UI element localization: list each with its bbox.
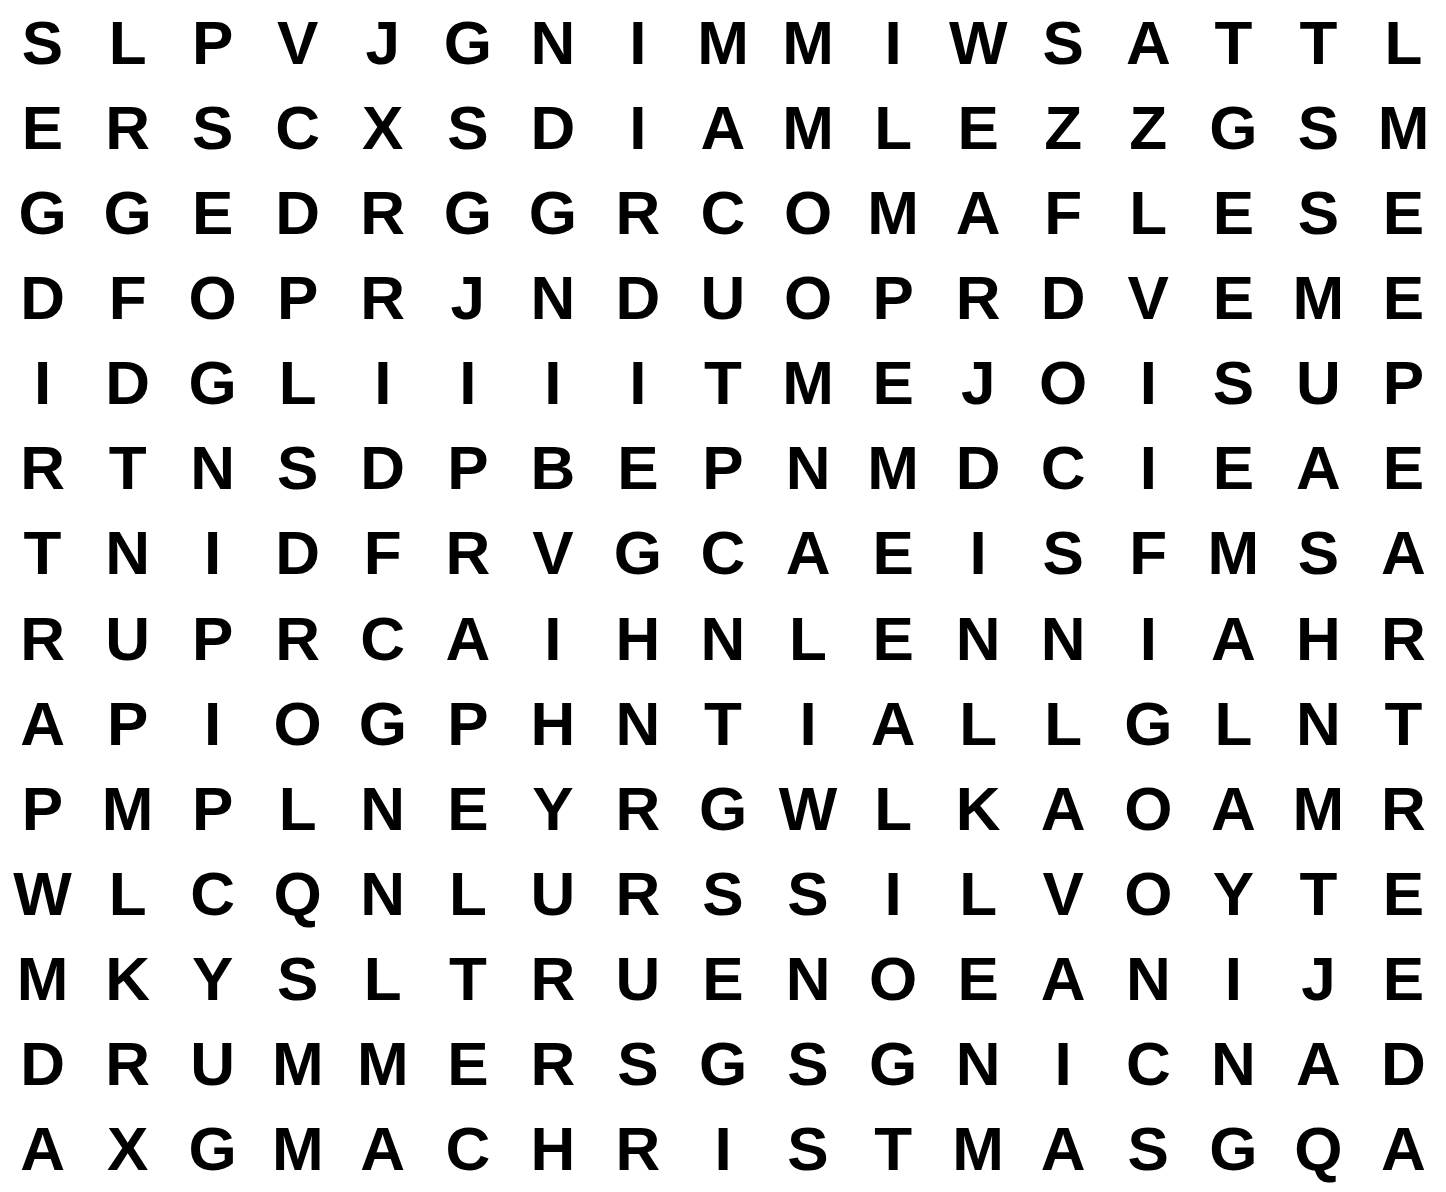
- grid-cell[interactable]: S: [1276, 511, 1361, 596]
- grid-cell[interactable]: T: [1361, 681, 1446, 766]
- grid-cell[interactable]: A: [0, 1107, 85, 1192]
- grid-cell[interactable]: D: [85, 341, 170, 426]
- grid-cell[interactable]: X: [85, 1107, 170, 1192]
- grid-cell[interactable]: I: [0, 341, 85, 426]
- grid-cell[interactable]: H: [510, 1107, 595, 1192]
- grid-cell[interactable]: T: [1191, 0, 1276, 85]
- grid-cell[interactable]: O: [255, 681, 340, 766]
- grid-cell[interactable]: M: [0, 937, 85, 1022]
- grid-cell[interactable]: X: [340, 85, 425, 170]
- grid-cell[interactable]: G: [170, 1107, 255, 1192]
- grid-cell[interactable]: A: [1021, 1107, 1106, 1192]
- grid-cell[interactable]: M: [680, 0, 765, 85]
- grid-cell[interactable]: V: [510, 511, 595, 596]
- grid-cell[interactable]: S: [255, 937, 340, 1022]
- grid-cell[interactable]: L: [255, 766, 340, 851]
- grid-cell[interactable]: E: [1361, 255, 1446, 340]
- grid-cell[interactable]: R: [255, 596, 340, 681]
- grid-cell[interactable]: G: [680, 1022, 765, 1107]
- grid-cell[interactable]: R: [936, 255, 1021, 340]
- grid-cell[interactable]: E: [425, 766, 510, 851]
- grid-cell[interactable]: E: [1191, 255, 1276, 340]
- grid-cell[interactable]: A: [1361, 1107, 1446, 1192]
- grid-cell[interactable]: O: [1106, 851, 1191, 936]
- grid-cell[interactable]: A: [0, 681, 85, 766]
- grid-cell[interactable]: T: [425, 937, 510, 1022]
- grid-cell[interactable]: C: [1021, 426, 1106, 511]
- grid-cell[interactable]: L: [936, 681, 1021, 766]
- grid-cell[interactable]: G: [595, 511, 680, 596]
- grid-cell[interactable]: I: [1191, 937, 1276, 1022]
- grid-cell[interactable]: L: [425, 851, 510, 936]
- grid-cell[interactable]: N: [510, 0, 595, 85]
- grid-cell[interactable]: R: [510, 1022, 595, 1107]
- grid-cell[interactable]: P: [1361, 341, 1446, 426]
- grid-cell[interactable]: R: [85, 85, 170, 170]
- grid-cell[interactable]: W: [936, 0, 1021, 85]
- grid-cell[interactable]: P: [85, 681, 170, 766]
- grid-cell[interactable]: S: [766, 1022, 851, 1107]
- grid-cell[interactable]: L: [1021, 681, 1106, 766]
- grid-cell[interactable]: M: [1276, 255, 1361, 340]
- grid-cell[interactable]: S: [425, 85, 510, 170]
- grid-cell[interactable]: S: [1276, 85, 1361, 170]
- grid-cell[interactable]: R: [510, 937, 595, 1022]
- grid-cell[interactable]: E: [1191, 426, 1276, 511]
- grid-cell[interactable]: S: [1191, 341, 1276, 426]
- grid-cell[interactable]: A: [851, 681, 936, 766]
- grid-cell[interactable]: G: [0, 170, 85, 255]
- grid-cell[interactable]: F: [85, 255, 170, 340]
- grid-cell[interactable]: E: [936, 85, 1021, 170]
- grid-cell[interactable]: D: [1361, 1022, 1446, 1107]
- grid-cell[interactable]: K: [936, 766, 1021, 851]
- grid-cell[interactable]: J: [340, 0, 425, 85]
- grid-cell[interactable]: R: [0, 596, 85, 681]
- grid-cell[interactable]: H: [1276, 596, 1361, 681]
- grid-cell[interactable]: R: [425, 511, 510, 596]
- grid-cell[interactable]: C: [170, 851, 255, 936]
- grid-cell[interactable]: D: [255, 170, 340, 255]
- grid-cell[interactable]: W: [0, 851, 85, 936]
- grid-cell[interactable]: M: [1276, 766, 1361, 851]
- grid-cell[interactable]: S: [255, 426, 340, 511]
- grid-cell[interactable]: E: [0, 85, 85, 170]
- grid-cell[interactable]: K: [85, 937, 170, 1022]
- grid-cell[interactable]: M: [851, 426, 936, 511]
- grid-cell[interactable]: O: [1106, 766, 1191, 851]
- grid-cell[interactable]: A: [680, 85, 765, 170]
- grid-cell[interactable]: E: [936, 937, 1021, 1022]
- grid-cell[interactable]: Q: [255, 851, 340, 936]
- grid-cell[interactable]: M: [1191, 511, 1276, 596]
- grid-cell[interactable]: D: [595, 255, 680, 340]
- grid-cell[interactable]: S: [766, 1107, 851, 1192]
- grid-cell[interactable]: N: [340, 766, 425, 851]
- grid-cell[interactable]: A: [936, 170, 1021, 255]
- grid-cell[interactable]: G: [425, 170, 510, 255]
- grid-cell[interactable]: A: [766, 511, 851, 596]
- grid-cell[interactable]: I: [595, 341, 680, 426]
- grid-cell[interactable]: G: [170, 341, 255, 426]
- grid-cell[interactable]: J: [936, 341, 1021, 426]
- grid-cell[interactable]: U: [170, 1022, 255, 1107]
- grid-cell[interactable]: T: [680, 681, 765, 766]
- grid-cell[interactable]: P: [170, 0, 255, 85]
- grid-cell[interactable]: I: [1021, 1022, 1106, 1107]
- grid-cell[interactable]: F: [340, 511, 425, 596]
- grid-cell[interactable]: L: [340, 937, 425, 1022]
- grid-cell[interactable]: U: [680, 255, 765, 340]
- grid-cell[interactable]: M: [851, 170, 936, 255]
- grid-cell[interactable]: Y: [170, 937, 255, 1022]
- grid-cell[interactable]: M: [255, 1107, 340, 1192]
- grid-cell[interactable]: C: [255, 85, 340, 170]
- grid-cell[interactable]: N: [766, 426, 851, 511]
- word-search-grid: SLPVJGNIMMIWSATTLERSCXSDIAMLEZZGSMGGEDRG…: [0, 0, 1446, 1192]
- grid-cell[interactable]: L: [85, 851, 170, 936]
- grid-cell[interactable]: E: [1361, 426, 1446, 511]
- grid-cell[interactable]: N: [340, 851, 425, 936]
- grid-cell[interactable]: M: [766, 341, 851, 426]
- grid-cell[interactable]: A: [1276, 1022, 1361, 1107]
- grid-cell[interactable]: F: [1106, 511, 1191, 596]
- grid-cell[interactable]: D: [1021, 255, 1106, 340]
- grid-cell[interactable]: L: [1106, 170, 1191, 255]
- grid-cell[interactable]: A: [1021, 766, 1106, 851]
- grid-cell[interactable]: A: [340, 1107, 425, 1192]
- grid-cell[interactable]: S: [170, 85, 255, 170]
- grid-cell[interactable]: O: [766, 170, 851, 255]
- grid-cell[interactable]: A: [1191, 596, 1276, 681]
- grid-cell[interactable]: H: [595, 596, 680, 681]
- grid-cell[interactable]: E: [851, 596, 936, 681]
- grid-cell[interactable]: D: [936, 426, 1021, 511]
- grid-cell[interactable]: S: [766, 851, 851, 936]
- grid-cell[interactable]: A: [1191, 766, 1276, 851]
- grid-cell[interactable]: T: [1276, 0, 1361, 85]
- grid-cell[interactable]: Y: [1191, 851, 1276, 936]
- grid-cell[interactable]: S: [595, 1022, 680, 1107]
- grid-cell[interactable]: T: [851, 1107, 936, 1192]
- grid-cell[interactable]: A: [425, 596, 510, 681]
- grid-cell[interactable]: G: [851, 1022, 936, 1107]
- grid-cell[interactable]: W: [766, 766, 851, 851]
- grid-cell[interactable]: G: [85, 170, 170, 255]
- grid-cell[interactable]: M: [766, 0, 851, 85]
- grid-cell[interactable]: D: [255, 511, 340, 596]
- grid-cell[interactable]: N: [936, 596, 1021, 681]
- grid-cell[interactable]: N: [1276, 681, 1361, 766]
- grid-cell[interactable]: L: [766, 596, 851, 681]
- grid-cell[interactable]: E: [1361, 937, 1446, 1022]
- grid-cell[interactable]: P: [851, 255, 936, 340]
- grid-cell[interactable]: T: [1276, 851, 1361, 936]
- grid-cell[interactable]: A: [1106, 0, 1191, 85]
- grid-cell[interactable]: E: [595, 426, 680, 511]
- grid-cell[interactable]: L: [1361, 0, 1446, 85]
- grid-cell[interactable]: I: [170, 511, 255, 596]
- grid-cell[interactable]: M: [1361, 85, 1446, 170]
- grid-cell[interactable]: N: [680, 596, 765, 681]
- grid-cell[interactable]: D: [340, 426, 425, 511]
- grid-cell[interactable]: R: [0, 426, 85, 511]
- grid-cell[interactable]: D: [0, 1022, 85, 1107]
- grid-cell[interactable]: I: [936, 511, 1021, 596]
- grid-cell[interactable]: G: [1191, 85, 1276, 170]
- grid-cell[interactable]: G: [425, 0, 510, 85]
- grid-cell[interactable]: N: [1191, 1022, 1276, 1107]
- grid-cell[interactable]: G: [1191, 1107, 1276, 1192]
- grid-cell[interactable]: T: [85, 426, 170, 511]
- grid-cell[interactable]: U: [595, 937, 680, 1022]
- grid-cell[interactable]: U: [1276, 341, 1361, 426]
- grid-cell[interactable]: E: [851, 341, 936, 426]
- grid-cell[interactable]: Z: [1106, 85, 1191, 170]
- grid-cell[interactable]: B: [510, 426, 595, 511]
- grid-cell[interactable]: C: [1106, 1022, 1191, 1107]
- grid-cell[interactable]: L: [851, 766, 936, 851]
- grid-cell[interactable]: P: [425, 426, 510, 511]
- grid-cell[interactable]: N: [936, 1022, 1021, 1107]
- grid-cell[interactable]: S: [0, 0, 85, 85]
- grid-cell[interactable]: N: [595, 681, 680, 766]
- grid-cell[interactable]: L: [1191, 681, 1276, 766]
- grid-cell[interactable]: M: [766, 85, 851, 170]
- grid-cell[interactable]: E: [1361, 851, 1446, 936]
- grid-cell[interactable]: R: [1361, 596, 1446, 681]
- grid-cell[interactable]: E: [851, 511, 936, 596]
- grid-cell[interactable]: I: [1106, 426, 1191, 511]
- grid-cell[interactable]: O: [170, 255, 255, 340]
- grid-cell[interactable]: N: [1021, 596, 1106, 681]
- grid-cell[interactable]: P: [255, 255, 340, 340]
- grid-cell[interactable]: R: [340, 170, 425, 255]
- grid-cell[interactable]: N: [85, 511, 170, 596]
- grid-cell[interactable]: R: [595, 1107, 680, 1192]
- grid-cell[interactable]: N: [170, 426, 255, 511]
- grid-cell[interactable]: I: [340, 341, 425, 426]
- grid-cell[interactable]: I: [766, 681, 851, 766]
- grid-cell[interactable]: V: [255, 0, 340, 85]
- grid-cell[interactable]: J: [1276, 937, 1361, 1022]
- grid-cell[interactable]: I: [851, 851, 936, 936]
- grid-cell[interactable]: J: [425, 255, 510, 340]
- grid-cell[interactable]: L: [85, 0, 170, 85]
- grid-cell[interactable]: H: [510, 681, 595, 766]
- grid-cell[interactable]: P: [0, 766, 85, 851]
- grid-cell[interactable]: U: [510, 851, 595, 936]
- grid-cell[interactable]: D: [510, 85, 595, 170]
- grid-cell[interactable]: G: [340, 681, 425, 766]
- grid-cell[interactable]: I: [425, 341, 510, 426]
- grid-cell[interactable]: I: [1106, 596, 1191, 681]
- grid-cell[interactable]: T: [680, 341, 765, 426]
- grid-cell[interactable]: C: [680, 170, 765, 255]
- grid-cell[interactable]: D: [0, 255, 85, 340]
- grid-cell[interactable]: I: [1106, 341, 1191, 426]
- grid-cell[interactable]: E: [170, 170, 255, 255]
- grid-cell[interactable]: P: [425, 681, 510, 766]
- grid-cell[interactable]: G: [680, 766, 765, 851]
- grid-cell[interactable]: I: [510, 341, 595, 426]
- grid-cell[interactable]: C: [340, 596, 425, 681]
- grid-cell[interactable]: R: [595, 170, 680, 255]
- grid-cell[interactable]: S: [1021, 511, 1106, 596]
- grid-cell[interactable]: R: [85, 1022, 170, 1107]
- grid-cell[interactable]: V: [1021, 851, 1106, 936]
- grid-cell[interactable]: L: [255, 341, 340, 426]
- grid-cell[interactable]: C: [425, 1107, 510, 1192]
- grid-cell[interactable]: R: [340, 255, 425, 340]
- grid-cell[interactable]: O: [1021, 341, 1106, 426]
- grid-cell[interactable]: U: [85, 596, 170, 681]
- grid-cell[interactable]: S: [1276, 170, 1361, 255]
- grid-cell[interactable]: N: [1106, 937, 1191, 1022]
- grid-cell[interactable]: R: [595, 851, 680, 936]
- grid-cell[interactable]: S: [1021, 0, 1106, 85]
- grid-cell[interactable]: M: [85, 766, 170, 851]
- grid-cell[interactable]: I: [595, 0, 680, 85]
- grid-cell[interactable]: E: [425, 1022, 510, 1107]
- grid-cell[interactable]: I: [510, 596, 595, 681]
- grid-cell[interactable]: I: [595, 85, 680, 170]
- grid-cell[interactable]: I: [680, 1107, 765, 1192]
- grid-cell[interactable]: N: [510, 255, 595, 340]
- grid-cell[interactable]: E: [1191, 170, 1276, 255]
- grid-cell[interactable]: N: [766, 937, 851, 1022]
- grid-cell[interactable]: Y: [510, 766, 595, 851]
- grid-cell[interactable]: I: [851, 0, 936, 85]
- grid-cell[interactable]: R: [1361, 766, 1446, 851]
- grid-cell[interactable]: M: [255, 1022, 340, 1107]
- grid-cell[interactable]: M: [340, 1022, 425, 1107]
- grid-cell[interactable]: E: [680, 937, 765, 1022]
- grid-cell[interactable]: A: [1361, 511, 1446, 596]
- grid-cell[interactable]: Q: [1276, 1107, 1361, 1192]
- grid-cell[interactable]: A: [1276, 426, 1361, 511]
- grid-cell[interactable]: L: [936, 851, 1021, 936]
- grid-cell[interactable]: A: [1021, 937, 1106, 1022]
- grid-cell[interactable]: V: [1106, 255, 1191, 340]
- grid-cell[interactable]: P: [680, 426, 765, 511]
- grid-cell[interactable]: O: [851, 937, 936, 1022]
- grid-cell[interactable]: O: [766, 255, 851, 340]
- grid-cell[interactable]: G: [510, 170, 595, 255]
- grid-cell[interactable]: F: [1021, 170, 1106, 255]
- grid-cell[interactable]: I: [170, 681, 255, 766]
- grid-cell[interactable]: S: [1106, 1107, 1191, 1192]
- grid-cell[interactable]: E: [1361, 170, 1446, 255]
- grid-cell[interactable]: M: [936, 1107, 1021, 1192]
- grid-cell[interactable]: L: [851, 85, 936, 170]
- grid-cell[interactable]: P: [170, 766, 255, 851]
- grid-cell[interactable]: R: [595, 766, 680, 851]
- grid-cell[interactable]: C: [680, 511, 765, 596]
- grid-cell[interactable]: P: [170, 596, 255, 681]
- grid-cell[interactable]: S: [680, 851, 765, 936]
- grid-cell[interactable]: Z: [1021, 85, 1106, 170]
- grid-cell[interactable]: T: [0, 511, 85, 596]
- grid-cell[interactable]: G: [1106, 681, 1191, 766]
